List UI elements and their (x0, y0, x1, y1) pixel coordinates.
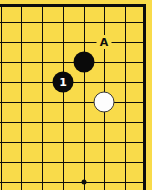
grid-hline (0, 22, 146, 23)
black-stone-q16 (73, 52, 94, 73)
star-point-q10 (82, 180, 87, 185)
grid-hline (0, 102, 146, 103)
grid-hline (0, 142, 146, 143)
board-edge-top (0, 4, 146, 7)
board-edge-right (143, 4, 146, 190)
grid-hline (0, 162, 146, 163)
grid-hline (0, 122, 146, 123)
move-number: 1 (59, 77, 67, 88)
white-stone-r14 (94, 92, 115, 113)
grid-hline (0, 182, 146, 183)
go-board: A1 (0, 0, 152, 190)
point-label-r17: A (97, 35, 112, 49)
go-board-diagram: A1 (0, 0, 152, 190)
black-stone-p15: 1 (53, 72, 74, 93)
grid-hline (0, 42, 146, 43)
